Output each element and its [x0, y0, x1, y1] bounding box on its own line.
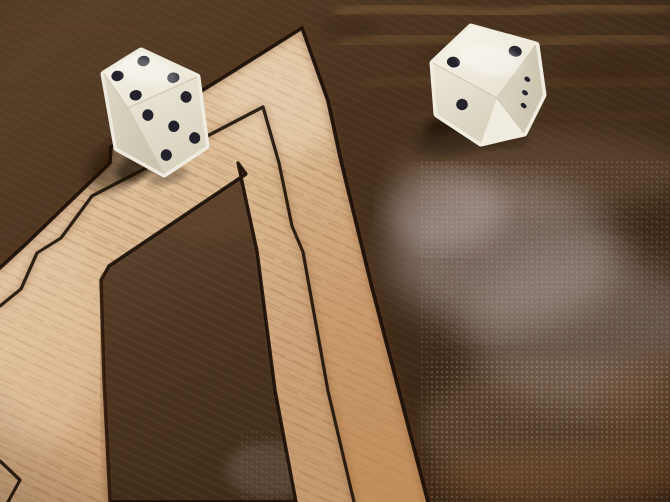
vignette — [0, 0, 670, 502]
board-photo — [0, 0, 670, 502]
backgammon-photo — [0, 0, 670, 502]
